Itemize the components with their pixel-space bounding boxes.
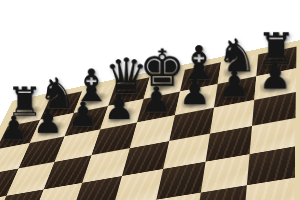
- piece-black-pawn[interactable]: ♟: [218, 66, 250, 102]
- square-h5[interactable]: [250, 118, 296, 154]
- piece-black-pawn[interactable]: ♟: [259, 58, 292, 95]
- chessboard: ♜♞♝♛♚♝♞♜♟♟♟♟♟♟♟♟: [0, 46, 297, 200]
- piece-black-pawn[interactable]: ♟: [141, 82, 172, 117]
- chess-set-photo: ♜♞♝♛♚♝♞♜♟♟♟♟♟♟♟♟: [0, 0, 300, 200]
- square-h3[interactable]: [244, 178, 295, 200]
- piece-black-pawn[interactable]: ♟: [33, 105, 63, 139]
- square-h4[interactable]: [247, 146, 295, 185]
- piece-black-pawn[interactable]: ♟: [0, 112, 28, 145]
- piece-black-pawn[interactable]: ♟: [179, 74, 211, 110]
- board-frame: ♜♞♝♛♚♝♞♜♟♟♟♟♟♟♟♟: [0, 39, 300, 200]
- piece-black-pawn[interactable]: ♟: [68, 97, 98, 131]
- piece-black-pawn[interactable]: ♟: [104, 90, 135, 125]
- square-g6[interactable]: [210, 100, 254, 134]
